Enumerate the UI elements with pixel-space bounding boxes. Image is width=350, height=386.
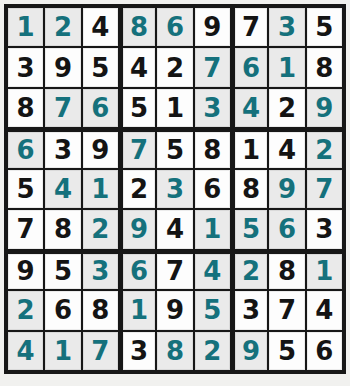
cell-r8c3[interactable]: 8 — [83, 291, 118, 329]
cell-r8c7[interactable]: 3 — [232, 291, 267, 329]
cell-r5c6[interactable]: 6 — [195, 170, 230, 208]
cell-r2c1[interactable]: 3 — [8, 48, 43, 86]
cell-r7c4[interactable]: 6 — [120, 251, 155, 289]
cell-r7c5[interactable]: 7 — [157, 251, 192, 289]
sudoku-board-frame: 1248697353954276188765134296397581425412… — [4, 4, 346, 374]
cell-r6c4[interactable]: 9 — [120, 210, 155, 248]
cell-r2c8[interactable]: 1 — [269, 48, 304, 86]
cell-r5c8[interactable]: 9 — [269, 170, 304, 208]
cell-r7c3[interactable]: 3 — [83, 251, 118, 289]
cell-r8c2[interactable]: 6 — [45, 291, 80, 329]
cell-r4c6[interactable]: 8 — [195, 129, 230, 167]
cell-r6c3[interactable]: 2 — [83, 210, 118, 248]
cell-r2c2[interactable]: 9 — [45, 48, 80, 86]
cell-r6c9[interactable]: 3 — [307, 210, 342, 248]
cell-r1c9[interactable]: 5 — [307, 8, 342, 46]
cell-r9c9[interactable]: 6 — [307, 332, 342, 370]
cell-r3c7[interactable]: 4 — [232, 89, 267, 127]
sudoku-board: 1248697353954276188765134296397581425412… — [4, 4, 346, 374]
cell-r9c8[interactable]: 5 — [269, 332, 304, 370]
cell-r3c5[interactable]: 1 — [157, 89, 192, 127]
cell-r5c5[interactable]: 3 — [157, 170, 192, 208]
cell-r1c3[interactable]: 4 — [83, 8, 118, 46]
cell-r4c9[interactable]: 2 — [307, 129, 342, 167]
cell-r3c2[interactable]: 7 — [45, 89, 80, 127]
cell-r6c1[interactable]: 7 — [8, 210, 43, 248]
cell-r8c4[interactable]: 1 — [120, 291, 155, 329]
cell-r1c8[interactable]: 3 — [269, 8, 304, 46]
cell-r7c2[interactable]: 5 — [45, 251, 80, 289]
cell-r4c7[interactable]: 1 — [232, 129, 267, 167]
cell-r5c9[interactable]: 7 — [307, 170, 342, 208]
cell-r6c8[interactable]: 6 — [269, 210, 304, 248]
cell-r1c7[interactable]: 7 — [232, 8, 267, 46]
cell-r6c6[interactable]: 1 — [195, 210, 230, 248]
cell-r8c6[interactable]: 5 — [195, 291, 230, 329]
cell-r8c9[interactable]: 4 — [307, 291, 342, 329]
cell-r9c6[interactable]: 2 — [195, 332, 230, 370]
cell-r6c5[interactable]: 4 — [157, 210, 192, 248]
cell-r7c6[interactable]: 4 — [195, 251, 230, 289]
cell-r7c9[interactable]: 1 — [307, 251, 342, 289]
cell-r8c5[interactable]: 9 — [157, 291, 192, 329]
cell-r3c4[interactable]: 5 — [120, 89, 155, 127]
cell-r2c7[interactable]: 6 — [232, 48, 267, 86]
cell-r9c1[interactable]: 4 — [8, 332, 43, 370]
cell-r3c3[interactable]: 6 — [83, 89, 118, 127]
cell-r4c3[interactable]: 9 — [83, 129, 118, 167]
cell-r9c2[interactable]: 1 — [45, 332, 80, 370]
cell-r3c1[interactable]: 8 — [8, 89, 43, 127]
cell-r2c4[interactable]: 4 — [120, 48, 155, 86]
cell-r1c5[interactable]: 6 — [157, 8, 192, 46]
cell-r1c6[interactable]: 9 — [195, 8, 230, 46]
cell-r3c9[interactable]: 9 — [307, 89, 342, 127]
cell-r2c6[interactable]: 7 — [195, 48, 230, 86]
cell-r7c7[interactable]: 2 — [232, 251, 267, 289]
cell-r6c7[interactable]: 5 — [232, 210, 267, 248]
cell-r4c5[interactable]: 5 — [157, 129, 192, 167]
cell-r5c7[interactable]: 8 — [232, 170, 267, 208]
cell-r8c8[interactable]: 7 — [269, 291, 304, 329]
cell-r1c1[interactable]: 1 — [8, 8, 43, 46]
cell-r5c3[interactable]: 1 — [83, 170, 118, 208]
cell-r9c4[interactable]: 3 — [120, 332, 155, 370]
cell-r9c3[interactable]: 7 — [83, 332, 118, 370]
cell-r7c1[interactable]: 9 — [8, 251, 43, 289]
cell-r4c8[interactable]: 4 — [269, 129, 304, 167]
cell-r4c2[interactable]: 3 — [45, 129, 80, 167]
cell-r5c4[interactable]: 2 — [120, 170, 155, 208]
cell-r1c2[interactable]: 2 — [45, 8, 80, 46]
cell-r4c4[interactable]: 7 — [120, 129, 155, 167]
cell-r7c8[interactable]: 8 — [269, 251, 304, 289]
cell-r5c2[interactable]: 4 — [45, 170, 80, 208]
cell-r3c8[interactable]: 2 — [269, 89, 304, 127]
cell-r1c4[interactable]: 8 — [120, 8, 155, 46]
cell-r6c2[interactable]: 8 — [45, 210, 80, 248]
cell-r2c5[interactable]: 2 — [157, 48, 192, 86]
cell-r9c5[interactable]: 8 — [157, 332, 192, 370]
cell-r4c1[interactable]: 6 — [8, 129, 43, 167]
cell-r5c1[interactable]: 5 — [8, 170, 43, 208]
cell-r2c3[interactable]: 5 — [83, 48, 118, 86]
cell-r3c6[interactable]: 3 — [195, 89, 230, 127]
cell-r2c9[interactable]: 8 — [307, 48, 342, 86]
cell-r8c1[interactable]: 2 — [8, 291, 43, 329]
cell-r9c7[interactable]: 9 — [232, 332, 267, 370]
